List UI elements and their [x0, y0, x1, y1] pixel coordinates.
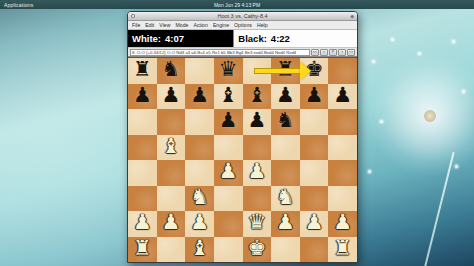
square-g2[interactable]: ♟: [300, 211, 329, 237]
tape-button-4[interactable]: >>: [347, 49, 355, 56]
square-f5[interactable]: [271, 135, 300, 161]
piece-white-pawn[interactable]: ♟: [162, 212, 181, 233]
tape-controls: <<<P>>>: [311, 49, 355, 56]
black-clock-time: 4:22: [271, 33, 290, 44]
window-titlebar[interactable]: Hoot 3 vs. Cathy-8.4 ◆: [128, 12, 357, 21]
black-clock[interactable]: Black: 4:22: [233, 30, 357, 47]
engine-move-line[interactable]: 8. O-O {+0.34/12} O-O Nd3 a3 a6 Bc4 e5 R…: [130, 49, 310, 56]
dandelion-seed: [452, 40, 455, 43]
clock-row: White: 4:07 Black: 4:22: [128, 30, 357, 47]
menu-view[interactable]: View: [159, 22, 170, 28]
square-d6[interactable]: ♟: [214, 109, 243, 135]
square-d8[interactable]: ♛: [214, 58, 243, 84]
piece-black-bishop[interactable]: ♝: [219, 85, 238, 106]
square-h6[interactable]: [328, 109, 357, 135]
square-b8[interactable]: ♞: [157, 58, 186, 84]
square-d7[interactable]: ♝: [214, 84, 243, 110]
square-c5[interactable]: [185, 135, 214, 161]
square-d3[interactable]: [214, 186, 243, 212]
square-g7[interactable]: ♟: [300, 84, 329, 110]
piece-black-pawn[interactable]: ♟: [190, 85, 209, 106]
close-icon[interactable]: ◆: [350, 13, 354, 19]
piece-black-king[interactable]: ♚: [305, 59, 324, 80]
square-c3[interactable]: ♞: [185, 186, 214, 212]
piece-white-pawn[interactable]: ♟: [247, 161, 266, 182]
black-clock-label: Black:: [238, 33, 267, 44]
dandelion-seed: [391, 38, 394, 41]
chess-board: ♜♞♛♜♚♟♟♟♝♝♟♟♟♟♟♞♝♟♟♞♞♟♟♟♛♟♟♟♜♝♚♜: [128, 58, 357, 262]
chess-window: Hoot 3 vs. Cathy-8.4 ◆ FileEditViewModeA…: [127, 11, 358, 263]
square-c4[interactable]: [185, 160, 214, 186]
piece-black-pawn[interactable]: ♟: [162, 85, 181, 106]
square-e8[interactable]: [243, 58, 272, 84]
menu-help[interactable]: Help: [257, 22, 268, 28]
square-b1[interactable]: [157, 237, 186, 263]
menu-bar: FileEditViewModeActionEngineOptionsHelp: [128, 21, 357, 30]
piece-white-rook[interactable]: ♜: [133, 238, 152, 259]
piece-white-bishop[interactable]: ♝: [190, 238, 209, 259]
square-f3[interactable]: ♞: [271, 186, 300, 212]
menu-engine[interactable]: Engine: [213, 22, 229, 28]
desktop-panel: Applications Mon Jun 29 4:13 PM: [0, 0, 474, 9]
square-b6[interactable]: [157, 109, 186, 135]
menu-edit[interactable]: Edit: [145, 22, 154, 28]
piece-black-pawn[interactable]: ♟: [247, 110, 266, 131]
piece-black-pawn[interactable]: ♟: [276, 85, 295, 106]
menu-file[interactable]: File: [132, 22, 140, 28]
piece-white-pawn[interactable]: ♟: [276, 212, 295, 233]
piece-white-queen[interactable]: ♛: [247, 212, 266, 233]
square-c8[interactable]: [185, 58, 214, 84]
square-f8[interactable]: ♜: [271, 58, 300, 84]
panel-clock[interactable]: Mon Jun 29 4:13 PM: [214, 2, 260, 8]
square-g5[interactable]: [300, 135, 329, 161]
square-c1[interactable]: ♝: [185, 237, 214, 263]
square-b4[interactable]: [157, 160, 186, 186]
square-e3[interactable]: [243, 186, 272, 212]
square-e4[interactable]: ♟: [243, 160, 272, 186]
piece-black-pawn[interactable]: ♟: [333, 85, 352, 106]
piece-white-pawn[interactable]: ♟: [219, 161, 238, 182]
dandelion-seed: [418, 52, 421, 55]
square-e7[interactable]: ♝: [243, 84, 272, 110]
window-menu-icon[interactable]: [131, 14, 135, 18]
square-f7[interactable]: ♟: [271, 84, 300, 110]
dandelion-seed: [372, 60, 375, 63]
square-c7[interactable]: ♟: [185, 84, 214, 110]
tape-button-2[interactable]: P: [329, 49, 337, 56]
square-e2[interactable]: ♛: [243, 211, 272, 237]
window-title: Hoot 3 vs. Cathy-8.4: [217, 13, 267, 19]
square-e5[interactable]: [243, 135, 272, 161]
applications-menu[interactable]: Applications: [4, 2, 33, 8]
square-c6[interactable]: [185, 109, 214, 135]
dandelion-seed: [455, 165, 458, 168]
piece-black-queen[interactable]: ♛: [219, 59, 238, 80]
piece-white-rook[interactable]: ♜: [333, 238, 352, 259]
square-g1[interactable]: [300, 237, 329, 263]
square-b7[interactable]: ♟: [157, 84, 186, 110]
square-h3[interactable]: [328, 186, 357, 212]
square-h1[interactable]: ♜: [328, 237, 357, 263]
square-a8[interactable]: ♜: [128, 58, 157, 84]
tape-button-1[interactable]: <: [320, 49, 328, 56]
piece-white-pawn[interactable]: ♟: [190, 212, 209, 233]
piece-white-pawn[interactable]: ♟: [333, 212, 352, 233]
move-row: 8. O-O {+0.34/12} O-O Nd3 a3 a6 Bc4 e5 R…: [128, 47, 357, 57]
piece-white-knight[interactable]: ♞: [276, 187, 295, 208]
desktop: Applications Mon Jun 29 4:13 PM Hoot 3 v…: [0, 0, 474, 266]
dandelion-seed: [462, 90, 465, 93]
square-c2[interactable]: ♟: [185, 211, 214, 237]
piece-white-pawn[interactable]: ♟: [133, 212, 152, 233]
square-a7[interactable]: ♟: [128, 84, 157, 110]
square-a5[interactable]: [128, 135, 157, 161]
square-f4[interactable]: [271, 160, 300, 186]
square-b5[interactable]: ♝: [157, 135, 186, 161]
menu-options[interactable]: Options: [234, 22, 252, 28]
piece-white-knight[interactable]: ♞: [190, 187, 209, 208]
tape-button-3[interactable]: >: [338, 49, 346, 56]
dandelion-stem: [421, 152, 454, 266]
square-d2[interactable]: [214, 211, 243, 237]
piece-black-pawn[interactable]: ♟: [305, 85, 324, 106]
piece-black-bishop[interactable]: ♝: [247, 85, 266, 106]
dandelion-seed: [380, 120, 383, 123]
menu-mode[interactable]: Mode: [175, 22, 188, 28]
square-a3[interactable]: [128, 186, 157, 212]
white-clock[interactable]: White: 4:07: [128, 30, 233, 47]
square-a4[interactable]: [128, 160, 157, 186]
white-clock-label: White:: [132, 33, 161, 44]
square-g4[interactable]: [300, 160, 329, 186]
square-d4[interactable]: ♟: [214, 160, 243, 186]
square-h4[interactable]: [328, 160, 357, 186]
square-h7[interactable]: ♟: [328, 84, 357, 110]
piece-white-bishop[interactable]: ♝: [162, 136, 181, 157]
square-b3[interactable]: [157, 186, 186, 212]
square-h2[interactable]: ♟: [328, 211, 357, 237]
square-g6[interactable]: [300, 109, 329, 135]
square-e6[interactable]: ♟: [243, 109, 272, 135]
square-f2[interactable]: ♟: [271, 211, 300, 237]
square-a6[interactable]: [128, 109, 157, 135]
piece-black-pawn[interactable]: ♟: [133, 85, 152, 106]
square-h5[interactable]: [328, 135, 357, 161]
piece-black-knight[interactable]: ♞: [276, 110, 295, 131]
square-g3[interactable]: [300, 186, 329, 212]
square-f6[interactable]: ♞: [271, 109, 300, 135]
board-area: ♜♞♛♜♚♟♟♟♝♝♟♟♟♟♟♞♝♟♟♞♞♟♟♟♛♟♟♟♜♝♚♜: [128, 57, 357, 262]
menu-action[interactable]: Action: [193, 22, 207, 28]
square-g8[interactable]: ♚: [300, 58, 329, 84]
piece-black-rook[interactable]: ♜: [133, 59, 152, 80]
square-d1[interactable]: [214, 237, 243, 263]
square-a1[interactable]: ♜: [128, 237, 157, 263]
square-a2[interactable]: ♟: [128, 211, 157, 237]
piece-black-pawn[interactable]: ♟: [219, 110, 238, 131]
square-h8[interactable]: [328, 58, 357, 84]
square-b2[interactable]: ♟: [157, 211, 186, 237]
tape-button-0[interactable]: <<: [311, 49, 319, 56]
piece-black-knight[interactable]: ♞: [162, 59, 181, 80]
square-f1[interactable]: [271, 237, 300, 263]
white-clock-time: 4:07: [165, 33, 184, 44]
piece-white-pawn[interactable]: ♟: [305, 212, 324, 233]
square-e1[interactable]: ♚: [243, 237, 272, 263]
dandelion-seed: [368, 170, 371, 173]
piece-black-rook[interactable]: ♜: [276, 59, 295, 80]
square-d5[interactable]: [214, 135, 243, 161]
dandelion-core: [424, 110, 436, 122]
piece-white-king[interactable]: ♚: [247, 238, 266, 259]
